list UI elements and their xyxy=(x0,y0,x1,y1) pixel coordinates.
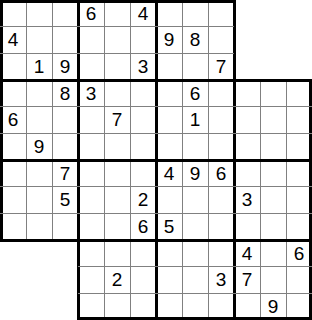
cell-r4c7[interactable]: 1 xyxy=(182,107,208,134)
cell-r1c8[interactable] xyxy=(208,27,234,54)
cell-r1c0[interactable]: 4 xyxy=(0,27,26,54)
cell-r4c0[interactable]: 6 xyxy=(0,107,26,134)
cell-r5c1[interactable]: 9 xyxy=(26,133,52,160)
given-digit: 3 xyxy=(242,190,253,209)
cell-r8c3[interactable] xyxy=(78,213,104,240)
cell-r8c9[interactable] xyxy=(234,213,260,240)
given-digit: 9 xyxy=(190,164,201,183)
cell-r1c1[interactable] xyxy=(26,27,52,54)
cell-r10c4[interactable]: 2 xyxy=(104,267,130,294)
cell-r10c10[interactable] xyxy=(260,267,286,294)
given-digit: 1 xyxy=(34,57,45,76)
cell-r6c2[interactable]: 7 xyxy=(52,160,78,187)
cell-r5c8[interactable] xyxy=(208,133,234,160)
cell-r6c4[interactable] xyxy=(104,160,130,187)
cell-r9c8[interactable] xyxy=(208,240,234,267)
given-digit: 4 xyxy=(138,4,149,23)
cell-r0c5[interactable]: 4 xyxy=(130,0,156,27)
cell-r8c8[interactable] xyxy=(208,213,234,240)
cell-r11c11[interactable] xyxy=(286,293,312,320)
given-digit: 6 xyxy=(190,84,201,103)
cell-r3c2[interactable]: 8 xyxy=(52,80,78,107)
given-digit: 2 xyxy=(138,190,149,209)
cell-r4c6[interactable] xyxy=(156,107,182,134)
cell-r3c10[interactable] xyxy=(260,80,286,107)
given-digit: 7 xyxy=(60,164,71,183)
cell-r8c1[interactable] xyxy=(26,213,52,240)
given-digit: 6 xyxy=(8,110,19,129)
cell-r5c6[interactable] xyxy=(156,133,182,160)
given-digit: 7 xyxy=(242,270,253,289)
cell-r10c8[interactable]: 3 xyxy=(208,267,234,294)
twodoku-board: 6449819378366719749652365462379 xyxy=(0,0,312,320)
cell-r0c3[interactable]: 6 xyxy=(78,0,104,27)
cell-r9c9[interactable]: 4 xyxy=(234,240,260,267)
cell-r0c4[interactable] xyxy=(104,0,130,27)
cell-r10c11[interactable] xyxy=(286,267,312,294)
cell-r6c1[interactable] xyxy=(26,160,52,187)
cell-r1c2[interactable] xyxy=(52,27,78,54)
cell-r1c6[interactable]: 9 xyxy=(156,27,182,54)
cell-r7c6[interactable] xyxy=(156,187,182,214)
cell-r7c5[interactable]: 2 xyxy=(130,187,156,214)
cell-r9c4[interactable] xyxy=(104,240,130,267)
cell-r3c11[interactable] xyxy=(286,80,312,107)
cell-r3c1[interactable] xyxy=(26,80,52,107)
cell-r7c3[interactable] xyxy=(78,187,104,214)
cell-r4c11[interactable] xyxy=(286,107,312,134)
cell-r2c6[interactable] xyxy=(156,53,182,80)
cell-r8c5[interactable]: 6 xyxy=(130,213,156,240)
cell-r4c8[interactable] xyxy=(208,107,234,134)
cell-r2c0[interactable] xyxy=(0,53,26,80)
given-digit: 6 xyxy=(216,164,227,183)
cell-r1c7[interactable]: 8 xyxy=(182,27,208,54)
cell-r8c0[interactable] xyxy=(0,213,26,240)
cell-r9c10[interactable] xyxy=(260,240,286,267)
cell-r11c8[interactable] xyxy=(208,293,234,320)
cell-r2c8[interactable]: 7 xyxy=(208,53,234,80)
cell-r0c1[interactable] xyxy=(26,0,52,27)
cell-r2c2[interactable]: 9 xyxy=(52,53,78,80)
cell-r8c6[interactable]: 5 xyxy=(156,213,182,240)
cell-r5c5[interactable] xyxy=(130,133,156,160)
cell-r7c4[interactable] xyxy=(104,187,130,214)
cell-r10c9[interactable]: 7 xyxy=(234,267,260,294)
cell-r5c3[interactable] xyxy=(78,133,104,160)
cell-r6c3[interactable] xyxy=(78,160,104,187)
cell-r4c5[interactable] xyxy=(130,107,156,134)
given-digit: 5 xyxy=(164,217,175,236)
cell-r8c10[interactable] xyxy=(260,213,286,240)
cell-r2c3[interactable] xyxy=(78,53,104,80)
cell-r5c7[interactable] xyxy=(182,133,208,160)
cell-r4c2[interactable] xyxy=(52,107,78,134)
cell-r9c6[interactable] xyxy=(156,240,182,267)
given-digit: 9 xyxy=(60,57,71,76)
cell-r11c7[interactable] xyxy=(182,293,208,320)
given-digit: 4 xyxy=(8,30,19,49)
cell-r5c11[interactable] xyxy=(286,133,312,160)
given-digit: 6 xyxy=(138,217,149,236)
given-digit: 7 xyxy=(112,110,123,129)
cell-r9c11[interactable]: 6 xyxy=(286,240,312,267)
cell-r3c4[interactable] xyxy=(104,80,130,107)
given-digit: 9 xyxy=(34,137,45,156)
cell-r0c2[interactable] xyxy=(52,0,78,27)
cell-r0c0[interactable] xyxy=(0,0,26,27)
cell-r6c9[interactable] xyxy=(234,160,260,187)
cell-r2c5[interactable]: 3 xyxy=(130,53,156,80)
cell-r10c3[interactable] xyxy=(78,267,104,294)
cell-r1c3[interactable] xyxy=(78,27,104,54)
cell-r2c4[interactable] xyxy=(104,53,130,80)
given-digit: 9 xyxy=(164,30,175,49)
cell-r3c8[interactable] xyxy=(208,80,234,107)
cell-r8c11[interactable] xyxy=(286,213,312,240)
cell-r4c3[interactable] xyxy=(78,107,104,134)
cell-r6c5[interactable] xyxy=(130,160,156,187)
given-digit: 4 xyxy=(164,164,175,183)
cell-r3c6[interactable] xyxy=(156,80,182,107)
cell-r5c2[interactable] xyxy=(52,133,78,160)
cell-r4c4[interactable]: 7 xyxy=(104,107,130,134)
cell-r6c10[interactable] xyxy=(260,160,286,187)
given-digit: 4 xyxy=(242,244,253,263)
given-digit: 2 xyxy=(112,270,123,289)
cell-r9c3[interactable] xyxy=(78,240,104,267)
cell-r5c9[interactable] xyxy=(234,133,260,160)
cell-r6c7[interactable]: 9 xyxy=(182,160,208,187)
cell-r1c4[interactable] xyxy=(104,27,130,54)
cell-r7c11[interactable] xyxy=(286,187,312,214)
cell-r4c10[interactable] xyxy=(260,107,286,134)
cell-r7c1[interactable] xyxy=(26,187,52,214)
given-digit: 5 xyxy=(60,190,71,209)
given-digit: 3 xyxy=(138,57,149,76)
given-digit: 3 xyxy=(216,270,227,289)
given-digit: 6 xyxy=(294,244,305,263)
cell-r7c7[interactable] xyxy=(182,187,208,214)
cell-r0c6[interactable] xyxy=(156,0,182,27)
cell-r3c7[interactable]: 6 xyxy=(182,80,208,107)
cell-r6c11[interactable] xyxy=(286,160,312,187)
given-digit: 8 xyxy=(60,84,71,103)
given-digit: 8 xyxy=(190,30,201,49)
cell-r5c0[interactable] xyxy=(0,133,26,160)
cell-r3c9[interactable] xyxy=(234,80,260,107)
cell-r9c7[interactable] xyxy=(182,240,208,267)
cell-r8c2[interactable] xyxy=(52,213,78,240)
cell-r7c10[interactable] xyxy=(260,187,286,214)
cell-r5c10[interactable] xyxy=(260,133,286,160)
cell-r4c9[interactable] xyxy=(234,107,260,134)
cell-r8c7[interactable] xyxy=(182,213,208,240)
cell-r6c0[interactable] xyxy=(0,160,26,187)
cell-r10c6[interactable] xyxy=(156,267,182,294)
cell-r2c1[interactable]: 1 xyxy=(26,53,52,80)
cell-r7c0[interactable] xyxy=(0,187,26,214)
cell-r7c8[interactable] xyxy=(208,187,234,214)
cell-r10c7[interactable] xyxy=(182,267,208,294)
cell-r10c5[interactable] xyxy=(130,267,156,294)
cell-r9c5[interactable] xyxy=(130,240,156,267)
cell-r7c9[interactable]: 3 xyxy=(234,187,260,214)
cell-r7c2[interactable]: 5 xyxy=(52,187,78,214)
given-digit: 3 xyxy=(86,84,97,103)
cell-r4c1[interactable] xyxy=(26,107,52,134)
given-digit: 1 xyxy=(190,110,201,129)
given-digit: 7 xyxy=(216,57,227,76)
cell-r11c6[interactable] xyxy=(156,293,182,320)
cell-r0c7[interactable] xyxy=(182,0,208,27)
given-digit: 9 xyxy=(268,297,279,316)
cell-r6c6[interactable]: 4 xyxy=(156,160,182,187)
cell-r0c8[interactable] xyxy=(208,0,234,27)
cell-r11c5[interactable] xyxy=(130,293,156,320)
cell-r11c3[interactable] xyxy=(78,293,104,320)
cell-r3c3[interactable]: 3 xyxy=(78,80,104,107)
cell-r3c0[interactable] xyxy=(0,80,26,107)
cell-r6c8[interactable]: 6 xyxy=(208,160,234,187)
cell-r8c4[interactable] xyxy=(104,213,130,240)
cell-r1c5[interactable] xyxy=(130,27,156,54)
cell-r11c9[interactable] xyxy=(234,293,260,320)
cell-r3c5[interactable] xyxy=(130,80,156,107)
cell-r11c10[interactable]: 9 xyxy=(260,293,286,320)
cell-r2c7[interactable] xyxy=(182,53,208,80)
given-digit: 6 xyxy=(86,4,97,23)
cell-r5c4[interactable] xyxy=(104,133,130,160)
cell-r11c4[interactable] xyxy=(104,293,130,320)
